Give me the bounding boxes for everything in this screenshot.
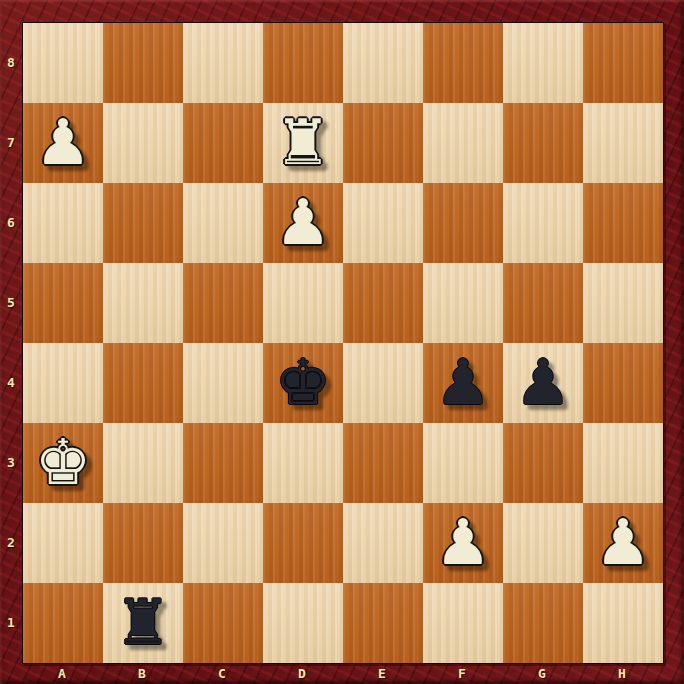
square-a5[interactable] [23,263,103,343]
square-g7[interactable] [503,103,583,183]
rank-label-7: 7 [0,102,22,182]
square-a6[interactable] [23,183,103,263]
square-f5[interactable] [423,263,503,343]
square-d5[interactable] [263,263,343,343]
square-d3[interactable] [263,423,343,503]
square-f3[interactable] [423,423,503,503]
rank-label-4: 4 [0,342,22,422]
square-a3[interactable]: ♚ [23,423,103,503]
square-e1[interactable] [343,583,423,663]
square-d8[interactable] [263,23,343,103]
square-f7[interactable] [423,103,503,183]
piece-white-pawn[interactable]: ♟ [435,503,491,583]
file-label-g: G [502,662,582,684]
square-h3[interactable] [583,423,663,503]
square-c7[interactable] [183,103,263,183]
square-b6[interactable] [103,183,183,263]
piece-white-pawn[interactable]: ♟ [35,103,91,183]
square-g4[interactable]: ♟ [503,343,583,423]
square-h2[interactable]: ♟ [583,503,663,583]
file-label-h: H [582,662,662,684]
square-e8[interactable] [343,23,423,103]
file-label-f: F [422,662,502,684]
square-e5[interactable] [343,263,423,343]
file-label-d: D [262,662,342,684]
square-f1[interactable] [423,583,503,663]
file-label-a: A [22,662,102,684]
square-b5[interactable] [103,263,183,343]
square-b7[interactable] [103,103,183,183]
square-d6[interactable]: ♟ [263,183,343,263]
square-f4[interactable]: ♟ [423,343,503,423]
square-e4[interactable] [343,343,423,423]
file-labels: ABCDEFGH [22,662,662,684]
rank-label-8: 8 [0,22,22,102]
square-h6[interactable] [583,183,663,263]
piece-black-rook[interactable]: ♜ [115,583,171,663]
square-g5[interactable] [503,263,583,343]
square-g2[interactable] [503,503,583,583]
square-b8[interactable] [103,23,183,103]
piece-black-king[interactable]: ♚ [275,343,331,423]
file-label-e: E [342,662,422,684]
square-f6[interactable] [423,183,503,263]
square-g3[interactable] [503,423,583,503]
square-e6[interactable] [343,183,423,263]
square-a4[interactable] [23,343,103,423]
square-c3[interactable] [183,423,263,503]
file-label-b: B [102,662,182,684]
square-e3[interactable] [343,423,423,503]
chess-board: ♟♜♟♚♟♟♚♟♟♜ [22,22,664,664]
square-h5[interactable] [583,263,663,343]
piece-white-rook[interactable]: ♜ [275,103,331,183]
rank-label-3: 3 [0,422,22,502]
square-c1[interactable] [183,583,263,663]
board-frame: ♟♜♟♚♟♟♚♟♟♜ 87654321 ABCDEFGH [0,0,684,684]
rank-label-1: 1 [0,582,22,662]
square-b1[interactable]: ♜ [103,583,183,663]
square-c2[interactable] [183,503,263,583]
square-f8[interactable] [423,23,503,103]
piece-white-king[interactable]: ♚ [35,423,91,503]
square-h1[interactable] [583,583,663,663]
square-h7[interactable] [583,103,663,183]
square-g6[interactable] [503,183,583,263]
square-h4[interactable] [583,343,663,423]
rank-label-5: 5 [0,262,22,342]
rank-label-2: 2 [0,502,22,582]
square-b3[interactable] [103,423,183,503]
square-e2[interactable] [343,503,423,583]
piece-white-pawn[interactable]: ♟ [595,503,651,583]
piece-black-pawn[interactable]: ♟ [435,343,491,423]
square-a1[interactable] [23,583,103,663]
square-e7[interactable] [343,103,423,183]
square-b2[interactable] [103,503,183,583]
square-g1[interactable] [503,583,583,663]
square-b4[interactable] [103,343,183,423]
square-d4[interactable]: ♚ [263,343,343,423]
square-c8[interactable] [183,23,263,103]
square-d2[interactable] [263,503,343,583]
square-a2[interactable] [23,503,103,583]
square-g8[interactable] [503,23,583,103]
file-label-c: C [182,662,262,684]
square-d7[interactable]: ♜ [263,103,343,183]
rank-labels: 87654321 [0,22,22,662]
square-d1[interactable] [263,583,343,663]
square-c4[interactable] [183,343,263,423]
square-a7[interactable]: ♟ [23,103,103,183]
square-f2[interactable]: ♟ [423,503,503,583]
square-h8[interactable] [583,23,663,103]
square-c6[interactable] [183,183,263,263]
rank-label-6: 6 [0,182,22,262]
piece-black-pawn[interactable]: ♟ [515,343,571,423]
piece-white-pawn[interactable]: ♟ [275,183,331,263]
square-a8[interactable] [23,23,103,103]
square-c5[interactable] [183,263,263,343]
